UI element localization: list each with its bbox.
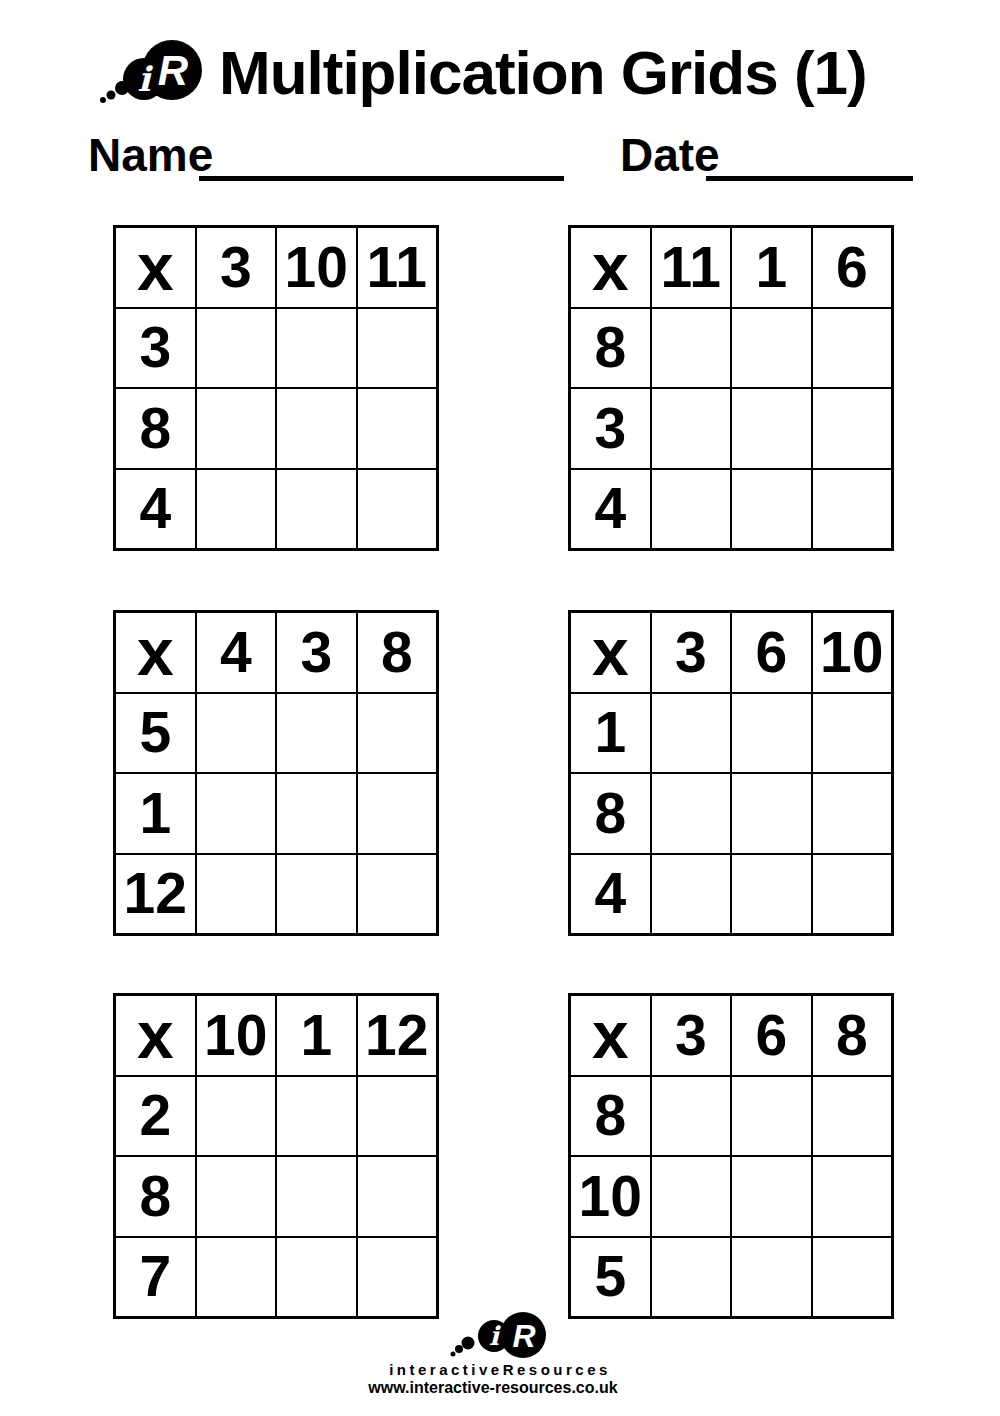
multiplication-grid-2: x1116834	[568, 225, 894, 551]
answer-cell-r3c2[interactable]	[276, 469, 357, 550]
answer-cell-r1c1[interactable]	[651, 693, 732, 774]
answer-cell-r2c3[interactable]	[357, 773, 438, 854]
answer-cell-r2c2[interactable]	[276, 1156, 357, 1237]
multiplication-grid-6: x3688105	[568, 993, 894, 1319]
answer-cell-r2c3[interactable]	[357, 1156, 438, 1237]
row-header-cell-2: 10	[570, 1156, 651, 1237]
col-header-cell-2: 6	[731, 612, 812, 693]
multiplication-grid-5: x10112287	[113, 993, 439, 1319]
answer-cell-r1c2[interactable]	[731, 693, 812, 774]
ir-logo-footer-icon: i R	[450, 1310, 550, 1360]
col-header-cell-3: 6	[812, 227, 893, 308]
grid-operator-cell: x	[570, 612, 651, 693]
footer-logo-letter-r: R	[512, 1318, 535, 1354]
answer-cell-r1c3[interactable]	[812, 1076, 893, 1157]
answer-cell-r3c2[interactable]	[731, 854, 812, 935]
answer-cell-r3c1[interactable]	[651, 469, 732, 550]
answer-cell-r2c1[interactable]	[196, 388, 277, 469]
answer-cell-r3c2[interactable]	[276, 1237, 357, 1318]
row-header-cell-3: 4	[570, 854, 651, 935]
grid-operator-cell: x	[570, 995, 651, 1076]
multiplication-grid-4: x3610184	[568, 610, 894, 936]
col-header-cell-2: 1	[731, 227, 812, 308]
grid-operator-cell: x	[115, 227, 196, 308]
answer-cell-r2c2[interactable]	[276, 773, 357, 854]
answer-cell-r2c1[interactable]	[196, 1156, 277, 1237]
row-header-cell-2: 1	[115, 773, 196, 854]
col-header-cell-3: 10	[812, 612, 893, 693]
multiplication-grid-1: x31011384	[113, 225, 439, 551]
col-header-cell-3: 12	[357, 995, 438, 1076]
answer-cell-r3c1[interactable]	[196, 469, 277, 550]
row-header-cell-1: 2	[115, 1076, 196, 1157]
col-header-cell-2: 10	[276, 227, 357, 308]
answer-cell-r1c1[interactable]	[196, 693, 277, 774]
grid-operator-cell: x	[115, 612, 196, 693]
answer-cell-r2c3[interactable]	[812, 773, 893, 854]
answer-cell-r3c3[interactable]	[357, 469, 438, 550]
col-header-cell-1: 3	[651, 995, 732, 1076]
answer-cell-r3c1[interactable]	[196, 1237, 277, 1318]
ir-logo-icon: i R	[98, 38, 210, 108]
worksheet-page: i R Multiplication Grids (1) Name Date x…	[0, 0, 1000, 1416]
answer-cell-r1c3[interactable]	[357, 308, 438, 389]
answer-cell-r2c1[interactable]	[196, 773, 277, 854]
col-header-cell-3: 11	[357, 227, 438, 308]
answer-cell-r3c2[interactable]	[731, 469, 812, 550]
col-header-cell-3: 8	[357, 612, 438, 693]
col-header-cell-3: 8	[812, 995, 893, 1076]
answer-cell-r1c1[interactable]	[196, 1076, 277, 1157]
answer-cell-r3c3[interactable]	[812, 469, 893, 550]
row-header-cell-3: 5	[570, 1237, 651, 1318]
answer-cell-r1c1[interactable]	[651, 308, 732, 389]
answer-cell-r3c1[interactable]	[196, 854, 277, 935]
answer-cell-r1c2[interactable]	[731, 1076, 812, 1157]
answer-cell-r3c3[interactable]	[357, 854, 438, 935]
answer-cell-r1c3[interactable]	[357, 693, 438, 774]
answer-cell-r2c2[interactable]	[731, 773, 812, 854]
col-header-cell-1: 3	[651, 612, 732, 693]
row-header-cell-2: 3	[570, 388, 651, 469]
answer-cell-r3c3[interactable]	[812, 1237, 893, 1318]
multiplication-grid-3: x4385112	[113, 610, 439, 936]
row-header-cell-2: 8	[115, 1156, 196, 1237]
answer-cell-r3c2[interactable]	[731, 1237, 812, 1318]
col-header-cell-2: 6	[731, 995, 812, 1076]
row-header-cell-1: 8	[570, 1076, 651, 1157]
answer-cell-r2c1[interactable]	[651, 1156, 732, 1237]
answer-cell-r3c3[interactable]	[812, 854, 893, 935]
answer-cell-r1c1[interactable]	[196, 308, 277, 389]
row-header-cell-2: 8	[570, 773, 651, 854]
answer-cell-r2c1[interactable]	[651, 388, 732, 469]
date-label: Date	[620, 132, 720, 178]
grid-operator-cell: x	[570, 227, 651, 308]
answer-cell-r2c1[interactable]	[651, 773, 732, 854]
answer-cell-r1c2[interactable]	[731, 308, 812, 389]
row-header-cell-2: 8	[115, 388, 196, 469]
col-header-cell-1: 11	[651, 227, 732, 308]
answer-cell-r2c3[interactable]	[812, 388, 893, 469]
answer-cell-r1c2[interactable]	[276, 308, 357, 389]
date-line[interactable]	[706, 176, 913, 181]
grid-operator-cell: x	[115, 995, 196, 1076]
row-header-cell-1: 3	[115, 308, 196, 389]
row-header-cell-3: 7	[115, 1237, 196, 1318]
logo-letter-r: R	[158, 47, 189, 94]
row-header-cell-3: 4	[115, 469, 196, 550]
answer-cell-r1c3[interactable]	[812, 693, 893, 774]
row-header-cell-3: 12	[115, 854, 196, 935]
answer-cell-r3c2[interactable]	[276, 854, 357, 935]
col-header-cell-2: 3	[276, 612, 357, 693]
col-header-cell-1: 3	[196, 227, 277, 308]
row-header-cell-3: 4	[570, 469, 651, 550]
answer-cell-r1c2[interactable]	[276, 1076, 357, 1157]
footer-url: www.interactive-resources.co.uk	[368, 1379, 617, 1397]
answer-cell-r3c1[interactable]	[651, 1237, 732, 1318]
col-header-cell-1: 4	[196, 612, 277, 693]
answer-cell-r2c3[interactable]	[812, 1156, 893, 1237]
name-label: Name	[88, 132, 213, 178]
col-header-cell-1: 10	[196, 995, 277, 1076]
answer-cell-r1c3[interactable]	[812, 308, 893, 389]
answer-cell-r3c3[interactable]	[357, 1237, 438, 1318]
answer-cell-r2c2[interactable]	[276, 388, 357, 469]
row-header-cell-1: 5	[115, 693, 196, 774]
row-header-cell-1: 1	[570, 693, 651, 774]
footer-brand-text: interactiveResources	[389, 1361, 611, 1378]
answer-cell-r2c2[interactable]	[731, 1156, 812, 1237]
col-header-cell-2: 1	[276, 995, 357, 1076]
answer-cell-r2c3[interactable]	[357, 388, 438, 469]
answer-cell-r2c2[interactable]	[731, 388, 812, 469]
answer-cell-r1c2[interactable]	[276, 693, 357, 774]
answer-cell-r3c1[interactable]	[651, 854, 732, 935]
row-header-cell-1: 8	[570, 308, 651, 389]
answer-cell-r1c1[interactable]	[651, 1076, 732, 1157]
answer-cell-r1c3[interactable]	[357, 1076, 438, 1157]
name-line[interactable]	[199, 176, 564, 181]
page-title: Multiplication Grids (1)	[219, 42, 867, 104]
